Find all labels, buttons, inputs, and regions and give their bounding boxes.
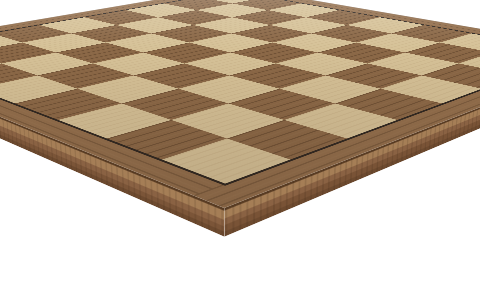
square-f1 — [58, 103, 171, 138]
chess-board — [0, 0, 480, 207]
board-top-surface — [0, 0, 480, 207]
square-h2 — [227, 119, 347, 159]
square-g2 — [171, 103, 284, 138]
product-photo-stage — [0, 0, 480, 303]
square-h4 — [335, 88, 442, 119]
square-g1 — [107, 119, 227, 159]
square-f2 — [122, 88, 229, 119]
square-h3 — [284, 103, 397, 138]
square-g3 — [228, 88, 335, 119]
square-h1 — [162, 138, 290, 183]
photo-scene — [0, 0, 480, 303]
square-e1 — [15, 88, 122, 119]
